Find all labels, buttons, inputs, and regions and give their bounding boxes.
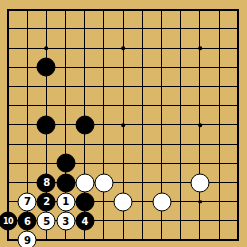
intersection xyxy=(152,135,171,154)
white-stone: 9 xyxy=(18,231,37,247)
grid-line-v xyxy=(238,192,239,211)
grid-line-v xyxy=(180,77,181,96)
grid-line-v xyxy=(8,154,9,173)
intersection xyxy=(94,0,113,19)
intersection xyxy=(0,135,18,154)
grid-line-v xyxy=(65,77,66,96)
intersection xyxy=(133,230,152,247)
intersection xyxy=(37,19,56,38)
grid-line-v xyxy=(219,230,220,240)
grid-line-v xyxy=(123,154,124,173)
grid-line-v xyxy=(123,96,124,115)
intersection xyxy=(171,135,190,154)
intersection xyxy=(94,19,113,38)
grid-line-h xyxy=(8,9,18,10)
intersection xyxy=(114,135,133,154)
grid-line-h xyxy=(8,163,18,164)
intersection xyxy=(133,173,152,192)
star-point xyxy=(121,46,125,50)
grid-line-v xyxy=(27,154,28,173)
grid-line-v xyxy=(238,115,239,134)
intersection xyxy=(209,77,228,96)
intersection xyxy=(0,96,18,115)
intersection xyxy=(209,135,228,154)
grid-line-v xyxy=(180,135,181,154)
intersection xyxy=(190,77,209,96)
grid-line-v xyxy=(46,96,47,115)
grid-line-v xyxy=(84,96,85,115)
grid-line-v xyxy=(27,96,28,115)
intersection xyxy=(209,19,228,38)
intersection xyxy=(75,19,94,38)
intersection xyxy=(229,173,247,192)
grid-line-v xyxy=(65,230,66,240)
grid-line-v xyxy=(180,39,181,58)
intersection xyxy=(152,154,171,173)
grid-line-v xyxy=(219,192,220,211)
white-stone: 5 xyxy=(37,212,56,231)
intersection xyxy=(229,211,247,230)
grid-line-v xyxy=(123,135,124,154)
grid-line-v xyxy=(123,19,124,38)
intersection xyxy=(209,173,228,192)
intersection xyxy=(18,96,37,115)
grid-line-v xyxy=(238,154,239,173)
grid-line-v xyxy=(161,154,162,173)
intersection xyxy=(18,0,37,19)
grid-line-h xyxy=(8,144,18,145)
intersection xyxy=(56,96,75,115)
star-point xyxy=(198,123,202,127)
grid-line-v xyxy=(8,58,9,77)
grid-line-v xyxy=(46,230,47,240)
intersection xyxy=(75,0,94,19)
intersection xyxy=(133,96,152,115)
grid-line-v xyxy=(219,115,220,134)
intersection xyxy=(171,19,190,38)
intersection xyxy=(114,58,133,77)
intersection xyxy=(114,77,133,96)
intersection xyxy=(229,39,247,58)
grid-line-v xyxy=(84,77,85,96)
grid-line-v xyxy=(180,230,181,240)
intersection xyxy=(94,77,113,96)
grid-line-v xyxy=(199,211,200,230)
grid-line-v xyxy=(8,77,9,96)
intersection xyxy=(114,230,133,247)
intersection xyxy=(56,0,75,19)
grid-line-h xyxy=(8,240,18,241)
intersection xyxy=(18,19,37,38)
grid-line-v xyxy=(238,58,239,77)
grid-line-v xyxy=(65,39,66,58)
intersection xyxy=(94,192,113,211)
grid-line-v xyxy=(8,39,9,58)
grid-line-v xyxy=(219,96,220,115)
grid-line-h xyxy=(8,201,18,202)
intersection xyxy=(56,135,75,154)
intersection xyxy=(0,154,18,173)
move-number: 3 xyxy=(62,216,68,226)
move-number: 4 xyxy=(82,216,88,226)
grid-line-v xyxy=(84,58,85,77)
black-stone xyxy=(37,58,56,77)
intersection xyxy=(75,135,94,154)
intersection xyxy=(0,0,18,19)
grid-line-v xyxy=(199,9,200,19)
grid-line-v xyxy=(8,96,9,115)
intersection xyxy=(190,154,209,173)
grid-line-v xyxy=(238,77,239,96)
intersection xyxy=(209,192,228,211)
move-number: 6 xyxy=(24,216,30,226)
intersection xyxy=(94,39,113,58)
grid-line-v xyxy=(199,96,200,115)
grid-line-v xyxy=(238,135,239,154)
intersection xyxy=(152,77,171,96)
grid-line-v xyxy=(219,77,220,96)
grid-line-v xyxy=(103,154,104,173)
grid-line-v xyxy=(46,19,47,38)
intersection xyxy=(171,115,190,134)
grid-line-v xyxy=(180,19,181,38)
intersection xyxy=(37,96,56,115)
intersection xyxy=(0,77,18,96)
intersection xyxy=(133,39,152,58)
grid-line-h xyxy=(8,86,18,87)
grid-line-v xyxy=(8,135,9,154)
intersection xyxy=(133,211,152,230)
grid-line-v xyxy=(238,9,239,19)
intersection xyxy=(94,211,113,230)
move-number: 7 xyxy=(24,197,30,207)
intersection xyxy=(18,77,37,96)
intersection xyxy=(0,173,18,192)
intersection xyxy=(152,211,171,230)
intersection xyxy=(37,0,56,19)
white-stone xyxy=(75,173,94,192)
intersection xyxy=(152,230,171,247)
grid-line-v xyxy=(8,19,9,38)
intersection xyxy=(114,173,133,192)
grid-line-v xyxy=(123,9,124,19)
grid-line-v xyxy=(142,58,143,77)
intersection xyxy=(133,192,152,211)
intersection xyxy=(37,135,56,154)
grid-line-v xyxy=(142,9,143,19)
move-number: 9 xyxy=(24,235,30,245)
grid-line-v xyxy=(219,173,220,192)
grid-line-v xyxy=(84,39,85,58)
star-point xyxy=(45,46,49,50)
black-stone: 4 xyxy=(75,212,94,231)
grid-line-v xyxy=(8,115,9,134)
intersection xyxy=(171,154,190,173)
grid-line-v xyxy=(199,230,200,240)
grid-line-v xyxy=(180,192,181,211)
intersection xyxy=(133,0,152,19)
intersection xyxy=(229,0,247,19)
grid-line-v xyxy=(180,154,181,173)
intersection xyxy=(190,230,209,247)
grid-line-v xyxy=(219,9,220,19)
white-stone: 3 xyxy=(56,212,75,231)
intersection xyxy=(114,19,133,38)
intersection xyxy=(94,230,113,247)
grid-line-v xyxy=(8,230,9,240)
grid-line-h xyxy=(8,105,18,106)
grid-line-v xyxy=(161,77,162,96)
intersection xyxy=(171,77,190,96)
move-number: 5 xyxy=(43,216,49,226)
grid-line-v xyxy=(27,115,28,134)
grid-line-v xyxy=(161,211,162,230)
intersection xyxy=(94,154,113,173)
intersection xyxy=(18,115,37,134)
grid-line-v xyxy=(103,230,104,240)
grid-line-v xyxy=(123,58,124,77)
grid-line-v xyxy=(65,115,66,134)
intersection xyxy=(229,96,247,115)
intersection xyxy=(229,154,247,173)
grid-line-v xyxy=(238,96,239,115)
intersection xyxy=(56,39,75,58)
intersection xyxy=(0,230,18,247)
intersection xyxy=(133,77,152,96)
grid-line-v xyxy=(161,135,162,154)
intersection xyxy=(18,135,37,154)
intersection xyxy=(75,77,94,96)
grid-line-v xyxy=(103,192,104,211)
grid-line-h xyxy=(8,124,18,125)
intersection xyxy=(171,192,190,211)
grid-line-v xyxy=(238,173,239,192)
intersection xyxy=(133,19,152,38)
grid-line-v xyxy=(142,19,143,38)
grid-line-v xyxy=(180,96,181,115)
grid-line-v xyxy=(123,211,124,230)
intersection xyxy=(133,58,152,77)
black-stone xyxy=(56,154,75,173)
intersection xyxy=(190,19,209,38)
intersection xyxy=(56,77,75,96)
grid-line-v xyxy=(8,192,9,211)
intersection xyxy=(171,39,190,58)
grid-line-v xyxy=(103,115,104,134)
intersection xyxy=(56,230,75,247)
black-stone: 8 xyxy=(37,173,56,192)
white-stone: 1 xyxy=(56,192,75,211)
grid-line-v xyxy=(65,19,66,38)
grid-line-v xyxy=(103,9,104,19)
intersection xyxy=(152,173,171,192)
intersection xyxy=(171,58,190,77)
intersection xyxy=(75,154,94,173)
grid-line-v xyxy=(238,19,239,38)
grid-line-v xyxy=(238,230,239,240)
grid-line-v xyxy=(219,39,220,58)
intersection xyxy=(0,192,18,211)
grid-line-v xyxy=(161,39,162,58)
intersection xyxy=(229,58,247,77)
grid-line-v xyxy=(142,211,143,230)
star-point xyxy=(121,123,125,127)
grid-line-v xyxy=(219,211,220,230)
intersection xyxy=(152,19,171,38)
white-stone: 7 xyxy=(18,192,37,211)
grid-line-v xyxy=(84,19,85,38)
intersection xyxy=(152,39,171,58)
intersection xyxy=(37,154,56,173)
grid-line-v xyxy=(84,9,85,19)
grid-line-v xyxy=(46,77,47,96)
grid-line-v xyxy=(84,230,85,240)
star-point xyxy=(198,200,202,204)
grid-line-v xyxy=(27,135,28,154)
grid-line-v xyxy=(142,173,143,192)
intersection xyxy=(114,154,133,173)
intersection xyxy=(190,96,209,115)
grid-line-v xyxy=(46,154,47,173)
intersection xyxy=(94,58,113,77)
grid-line-v xyxy=(199,135,200,154)
grid-line-v xyxy=(123,230,124,240)
intersection xyxy=(209,39,228,58)
grid-line-v xyxy=(65,135,66,154)
grid-line-v xyxy=(65,9,66,19)
intersection xyxy=(171,0,190,19)
grid-line-v xyxy=(199,77,200,96)
black-stone: 6 xyxy=(18,212,37,231)
intersection xyxy=(209,154,228,173)
intersection xyxy=(190,58,209,77)
white-stone xyxy=(191,173,210,192)
intersection xyxy=(56,115,75,134)
intersection xyxy=(171,230,190,247)
intersection xyxy=(209,58,228,77)
intersection xyxy=(171,211,190,230)
grid-line-v xyxy=(123,77,124,96)
black-stone xyxy=(75,192,94,211)
intersection xyxy=(75,230,94,247)
intersection xyxy=(18,173,37,192)
white-stone xyxy=(152,192,171,211)
intersection xyxy=(114,0,133,19)
grid-line-v xyxy=(142,77,143,96)
grid-line-v xyxy=(103,39,104,58)
black-stone xyxy=(56,173,75,192)
intersection xyxy=(190,135,209,154)
intersection xyxy=(152,58,171,77)
intersection xyxy=(209,0,228,19)
move-number: 10 xyxy=(3,217,13,225)
grid-line-h xyxy=(8,28,18,29)
grid-line-v xyxy=(27,19,28,38)
intersection xyxy=(114,211,133,230)
intersection xyxy=(133,135,152,154)
grid-line-v xyxy=(161,115,162,134)
grid-line-v xyxy=(238,211,239,230)
grid-line-v xyxy=(27,173,28,192)
intersection xyxy=(75,39,94,58)
intersection xyxy=(37,77,56,96)
grid-line-v xyxy=(238,39,239,58)
intersection xyxy=(152,0,171,19)
white-stone xyxy=(95,173,114,192)
grid-line-v xyxy=(161,96,162,115)
intersection xyxy=(18,39,37,58)
grid-line-v xyxy=(103,58,104,77)
grid-line-v xyxy=(161,173,162,192)
intersection xyxy=(75,96,94,115)
grid-line-v xyxy=(142,192,143,211)
grid-line-v xyxy=(219,19,220,38)
move-number: 2 xyxy=(43,197,49,207)
intersection xyxy=(190,211,209,230)
grid-line-v xyxy=(142,115,143,134)
grid-line-v xyxy=(27,39,28,58)
grid-line-v xyxy=(103,211,104,230)
intersection xyxy=(0,39,18,58)
grid-line-h xyxy=(8,182,18,183)
grid-line-v xyxy=(161,9,162,19)
grid-line-v xyxy=(180,9,181,19)
grid-line-v xyxy=(180,58,181,77)
intersection xyxy=(18,58,37,77)
grid-line-v xyxy=(84,135,85,154)
move-number: 8 xyxy=(43,178,49,188)
intersection xyxy=(171,173,190,192)
grid-line-v xyxy=(103,96,104,115)
intersection xyxy=(209,230,228,247)
grid-line-v xyxy=(161,230,162,240)
black-stone xyxy=(37,116,56,135)
grid-line-v xyxy=(142,135,143,154)
intersection xyxy=(133,115,152,134)
intersection xyxy=(209,211,228,230)
grid-line-v xyxy=(46,135,47,154)
grid-line-v xyxy=(46,9,47,19)
grid-line-v xyxy=(180,115,181,134)
grid-line-v xyxy=(180,173,181,192)
intersection xyxy=(209,96,228,115)
intersection xyxy=(171,96,190,115)
grid-line-v xyxy=(142,96,143,115)
intersection xyxy=(56,58,75,77)
grid-line-v xyxy=(65,58,66,77)
intersection xyxy=(229,230,247,247)
grid-line-v xyxy=(103,19,104,38)
intersection xyxy=(229,115,247,134)
grid-line-v xyxy=(123,173,124,192)
intersection xyxy=(133,154,152,173)
grid-line-v xyxy=(65,96,66,115)
grid-line-v xyxy=(142,154,143,173)
intersection xyxy=(229,19,247,38)
intersection xyxy=(18,154,37,173)
grid-line-v xyxy=(27,77,28,96)
grid-line-v xyxy=(180,211,181,230)
intersection xyxy=(0,115,18,134)
black-stone xyxy=(75,116,94,135)
intersection xyxy=(0,58,18,77)
grid-line-v xyxy=(27,9,28,19)
grid-line-v xyxy=(199,19,200,38)
move-number: 1 xyxy=(62,197,68,207)
grid-line-h xyxy=(8,48,18,49)
grid-line-v xyxy=(103,135,104,154)
grid-line-v xyxy=(142,39,143,58)
